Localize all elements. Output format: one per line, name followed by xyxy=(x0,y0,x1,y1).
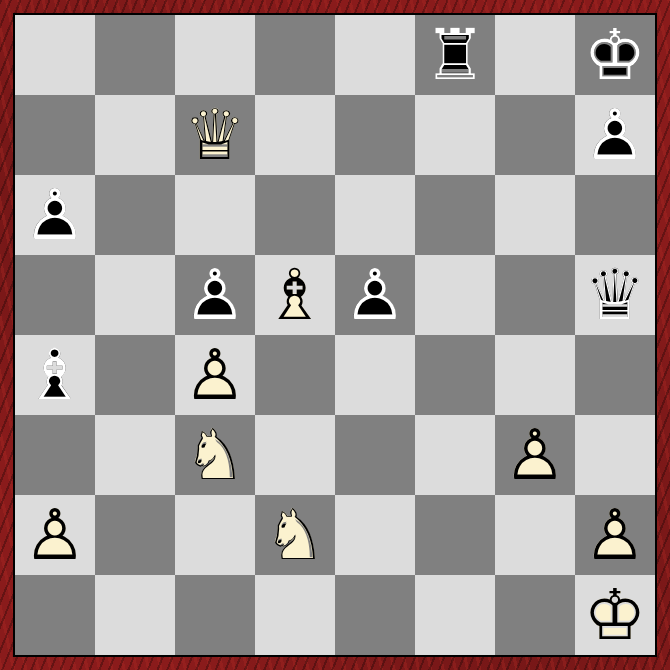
black-pawn-icon: ♙ xyxy=(575,95,655,175)
square-d6[interactable] xyxy=(255,175,335,255)
chess-board: ♜♖♚♔♛♕♟♙♟♙♟♙♝♗♟♙♛♕♝♗♟♙♞♘♟♙♟♙♞♘♟♙♚♔ xyxy=(15,15,655,655)
square-c7[interactable]: ♛♕ xyxy=(175,95,255,175)
black-rook-fill: ♜ xyxy=(415,15,495,95)
square-h7[interactable]: ♟♙ xyxy=(575,95,655,175)
square-h4[interactable] xyxy=(575,335,655,415)
square-f5[interactable] xyxy=(415,255,495,335)
square-h3[interactable] xyxy=(575,415,655,495)
black-queen-icon: ♕ xyxy=(575,255,655,335)
white-queen-icon: ♕ xyxy=(175,95,255,175)
white-knight-icon: ♘ xyxy=(175,415,255,495)
black-bishop-icon: ♗ xyxy=(15,335,95,415)
square-g2[interactable] xyxy=(495,495,575,575)
square-d3[interactable] xyxy=(255,415,335,495)
black-rook-icon: ♖ xyxy=(415,15,495,95)
square-h1[interactable]: ♚♔ xyxy=(575,575,655,655)
square-h5[interactable]: ♛♕ xyxy=(575,255,655,335)
black-bishop-fill: ♝ xyxy=(15,335,95,415)
black-pawn-icon: ♙ xyxy=(15,175,95,255)
square-d2[interactable]: ♞♘ xyxy=(255,495,335,575)
square-f2[interactable] xyxy=(415,495,495,575)
square-f7[interactable] xyxy=(415,95,495,175)
square-g3[interactable]: ♟♙ xyxy=(495,415,575,495)
board-border-line: ♜♖♚♔♛♕♟♙♟♙♟♙♝♗♟♙♛♕♝♗♟♙♞♘♟♙♟♙♞♘♟♙♚♔ xyxy=(13,13,657,657)
square-a6[interactable]: ♟♙ xyxy=(15,175,95,255)
white-pawn-fill: ♟ xyxy=(15,495,95,575)
square-a4[interactable]: ♝♗ xyxy=(15,335,95,415)
white-king-fill: ♚ xyxy=(575,575,655,655)
square-g1[interactable] xyxy=(495,575,575,655)
black-king-fill: ♚ xyxy=(575,15,655,95)
square-f8[interactable]: ♜♖ xyxy=(415,15,495,95)
square-a5[interactable] xyxy=(15,255,95,335)
white-knight-fill: ♞ xyxy=(175,415,255,495)
square-g4[interactable] xyxy=(495,335,575,415)
square-d8[interactable] xyxy=(255,15,335,95)
black-queen-fill: ♛ xyxy=(575,255,655,335)
square-b3[interactable] xyxy=(95,415,175,495)
board-frame: ♜♖♚♔♛♕♟♙♟♙♟♙♝♗♟♙♛♕♝♗♟♙♞♘♟♙♟♙♞♘♟♙♚♔ xyxy=(0,0,670,670)
square-e5[interactable]: ♟♙ xyxy=(335,255,415,335)
white-king-icon: ♔ xyxy=(575,575,655,655)
square-g6[interactable] xyxy=(495,175,575,255)
black-king-icon: ♔ xyxy=(575,15,655,95)
square-c8[interactable] xyxy=(175,15,255,95)
square-f3[interactable] xyxy=(415,415,495,495)
white-pawn-fill: ♟ xyxy=(175,335,255,415)
black-pawn-fill: ♟ xyxy=(15,175,95,255)
black-pawn-fill: ♟ xyxy=(335,255,415,335)
square-c6[interactable] xyxy=(175,175,255,255)
square-b2[interactable] xyxy=(95,495,175,575)
square-c5[interactable]: ♟♙ xyxy=(175,255,255,335)
square-e7[interactable] xyxy=(335,95,415,175)
white-bishop-icon: ♗ xyxy=(255,255,335,335)
black-pawn-fill: ♟ xyxy=(575,95,655,175)
square-h8[interactable]: ♚♔ xyxy=(575,15,655,95)
square-b1[interactable] xyxy=(95,575,175,655)
square-g7[interactable] xyxy=(495,95,575,175)
square-a1[interactable] xyxy=(15,575,95,655)
square-c4[interactable]: ♟♙ xyxy=(175,335,255,415)
white-pawn-fill: ♟ xyxy=(575,495,655,575)
black-pawn-icon: ♙ xyxy=(175,255,255,335)
white-pawn-icon: ♙ xyxy=(175,335,255,415)
white-knight-icon: ♘ xyxy=(255,495,335,575)
square-c1[interactable] xyxy=(175,575,255,655)
square-d4[interactable] xyxy=(255,335,335,415)
white-pawn-icon: ♙ xyxy=(575,495,655,575)
square-a8[interactable] xyxy=(15,15,95,95)
square-c2[interactable] xyxy=(175,495,255,575)
square-a2[interactable]: ♟♙ xyxy=(15,495,95,575)
square-e3[interactable] xyxy=(335,415,415,495)
square-b7[interactable] xyxy=(95,95,175,175)
white-pawn-icon: ♙ xyxy=(495,415,575,495)
black-pawn-fill: ♟ xyxy=(175,255,255,335)
square-g5[interactable] xyxy=(495,255,575,335)
white-pawn-icon: ♙ xyxy=(15,495,95,575)
square-e2[interactable] xyxy=(335,495,415,575)
square-c3[interactable]: ♞♘ xyxy=(175,415,255,495)
square-f6[interactable] xyxy=(415,175,495,255)
square-f4[interactable] xyxy=(415,335,495,415)
square-d7[interactable] xyxy=(255,95,335,175)
square-e1[interactable] xyxy=(335,575,415,655)
square-e4[interactable] xyxy=(335,335,415,415)
square-d1[interactable] xyxy=(255,575,335,655)
square-b8[interactable] xyxy=(95,15,175,95)
white-knight-fill: ♞ xyxy=(255,495,335,575)
square-a7[interactable] xyxy=(15,95,95,175)
black-pawn-icon: ♙ xyxy=(335,255,415,335)
white-bishop-fill: ♝ xyxy=(255,255,335,335)
white-queen-fill: ♛ xyxy=(175,95,255,175)
square-e8[interactable] xyxy=(335,15,415,95)
square-b4[interactable] xyxy=(95,335,175,415)
square-b5[interactable] xyxy=(95,255,175,335)
square-f1[interactable] xyxy=(415,575,495,655)
square-d5[interactable]: ♝♗ xyxy=(255,255,335,335)
square-b6[interactable] xyxy=(95,175,175,255)
square-a3[interactable] xyxy=(15,415,95,495)
square-g8[interactable] xyxy=(495,15,575,95)
square-h2[interactable]: ♟♙ xyxy=(575,495,655,575)
square-h6[interactable] xyxy=(575,175,655,255)
white-pawn-fill: ♟ xyxy=(495,415,575,495)
square-e6[interactable] xyxy=(335,175,415,255)
